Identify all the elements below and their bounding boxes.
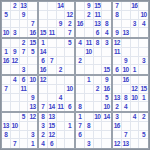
cell-r1c12[interactable]	[102, 2, 111, 11]
cell-r14c6[interactable]: 15	[48, 122, 57, 131]
cell-r13c8[interactable]	[65, 113, 74, 122]
cell-r4c10[interactable]	[85, 28, 94, 37]
cell-r1c15[interactable]: 16	[131, 2, 140, 11]
cell-r12c13[interactable]: 2	[113, 102, 122, 111]
cell-r7c5[interactable]: 6	[39, 57, 48, 66]
cell-r2c4[interactable]	[28, 11, 37, 20]
cell-r4c8[interactable]: 7	[65, 28, 74, 37]
cell-r1c16[interactable]	[139, 2, 148, 11]
cell-r5c4[interactable]: 15	[28, 39, 37, 48]
cell-r9c1[interactable]	[2, 76, 11, 85]
cell-r4c3[interactable]	[20, 28, 29, 37]
cell-r2c15[interactable]	[131, 11, 140, 20]
cell-r4c14[interactable]: 13	[122, 28, 131, 37]
cell-r14c14[interactable]	[122, 122, 131, 131]
cell-r15c16[interactable]: 5	[139, 131, 148, 140]
cell-r1c13[interactable]: 7	[113, 2, 122, 11]
cell-r9c3[interactable]: 6	[20, 76, 29, 85]
cell-r2c6[interactable]	[48, 11, 57, 20]
cell-r6c5[interactable]: 14	[39, 48, 48, 57]
cell-r12c15[interactable]	[131, 102, 140, 111]
cell-r12c11[interactable]	[94, 102, 103, 111]
cell-r2c14[interactable]	[122, 11, 131, 20]
cell-r7c9[interactable]: 2	[76, 57, 85, 66]
cell-r8c12[interactable]: 15	[102, 65, 111, 74]
box-r3c3: 192165810	[75, 75, 112, 112]
cell-r16c6[interactable]: 6	[48, 139, 57, 148]
cell-r6c1[interactable]: 1	[2, 48, 11, 57]
cell-r6c11[interactable]	[94, 48, 103, 57]
cell-r4c4[interactable]: 16	[28, 28, 37, 37]
cell-r4c9[interactable]	[76, 28, 85, 37]
cell-r5c3[interactable]: 2	[20, 39, 29, 48]
cell-r15c4[interactable]: 3	[28, 131, 37, 140]
cell-r8c9[interactable]	[76, 65, 85, 74]
cell-r15c1[interactable]: 8	[2, 131, 11, 140]
cell-r10c15[interactable]: 12	[131, 85, 140, 94]
cell-r7c1[interactable]: 16	[2, 57, 11, 66]
cell-r10c3[interactable]: 11	[20, 85, 29, 94]
cell-r2c7[interactable]	[57, 11, 66, 20]
box-r1c1: 21359710316	[1, 1, 38, 38]
cell-r4c16[interactable]	[139, 28, 148, 37]
cell-r15c5[interactable]: 2	[39, 131, 48, 140]
cell-r16c8[interactable]	[65, 139, 74, 148]
cell-r4c6[interactable]: 11	[48, 28, 57, 37]
box-r1c2: 14129215117	[38, 1, 75, 38]
cell-r15c2[interactable]	[11, 131, 20, 140]
cell-r5c5[interactable]: 1	[39, 39, 48, 48]
cell-r14c7[interactable]	[57, 122, 66, 131]
cell-r11c9[interactable]	[76, 94, 85, 103]
cell-r5c8[interactable]: 5	[65, 39, 74, 48]
cell-r4c15[interactable]	[131, 28, 140, 37]
cell-r11c5[interactable]	[39, 94, 48, 103]
cell-r6c2[interactable]: 9	[11, 48, 20, 57]
cell-r9c12[interactable]: 9	[102, 76, 111, 85]
cell-r7c6[interactable]: 7	[48, 57, 57, 66]
cell-r13c5[interactable]: 8	[39, 113, 48, 122]
cell-r6c7[interactable]	[57, 48, 66, 57]
cell-r9c14[interactable]: 16	[122, 76, 131, 85]
cell-r5c1[interactable]	[2, 39, 11, 48]
cell-r7c10[interactable]	[85, 57, 94, 66]
cell-r9c16[interactable]	[139, 76, 148, 85]
cell-r3c9[interactable]: 16	[76, 20, 85, 29]
cell-r8c7[interactable]: 2	[57, 65, 66, 74]
cell-r12c1[interactable]	[2, 102, 11, 111]
cell-r12c5[interactable]: 7	[39, 102, 48, 111]
box-r4c3: 110147863	[75, 112, 112, 149]
cell-r3c7[interactable]: 9	[57, 20, 66, 29]
cell-r14c9[interactable]: 7	[76, 122, 85, 131]
box-r2c2: 151467162	[38, 38, 75, 75]
cell-r8c4[interactable]	[28, 65, 37, 74]
cell-r7c11[interactable]	[94, 57, 103, 66]
cell-r5c7[interactable]	[57, 39, 66, 48]
cell-r11c13[interactable]: 13	[113, 94, 122, 103]
cell-r15c14[interactable]: 7	[122, 131, 131, 140]
cell-r14c13[interactable]: 16	[113, 122, 122, 131]
cell-r1c14[interactable]	[122, 2, 131, 11]
cell-r3c5[interactable]	[39, 20, 48, 29]
cell-r10c13[interactable]	[113, 85, 122, 94]
cell-r8c5[interactable]: 16	[39, 65, 48, 74]
cell-r2c8[interactable]: 12	[65, 11, 74, 20]
cell-r16c14[interactable]: 13	[122, 139, 131, 148]
cell-r16c11[interactable]	[94, 139, 103, 148]
cell-r13c2[interactable]	[11, 113, 20, 122]
cell-r2c10[interactable]: 2	[85, 11, 94, 20]
cell-r12c4[interactable]: 13	[28, 102, 37, 111]
cell-r9c10[interactable]: 1	[85, 76, 94, 85]
cell-r5c11[interactable]: 8	[94, 39, 103, 48]
cell-r12c12[interactable]: 10	[102, 102, 111, 111]
cell-r10c8[interactable]: 10	[65, 85, 74, 94]
cell-r2c1[interactable]: 5	[2, 11, 11, 20]
cell-r11c14[interactable]: 8	[122, 94, 131, 103]
cell-r15c15[interactable]	[131, 131, 140, 140]
cell-r8c13[interactable]: 6	[113, 65, 122, 74]
cell-r15c7[interactable]	[57, 131, 66, 140]
cell-r13c16[interactable]: 2	[139, 113, 148, 122]
cell-r6c9[interactable]	[76, 48, 85, 57]
cell-r3c8[interactable]: 2	[65, 20, 74, 29]
cell-r11c15[interactable]: 10	[131, 94, 140, 103]
cell-r4c12[interactable]: 4	[102, 28, 111, 37]
cell-r13c14[interactable]	[122, 113, 131, 122]
cell-r6c4[interactable]: 5	[28, 48, 37, 57]
cell-r12c2[interactable]	[11, 102, 20, 111]
cell-r3c11[interactable]: 13	[94, 20, 103, 29]
cell-r15c3[interactable]	[20, 131, 29, 140]
cell-r8c2[interactable]	[11, 65, 20, 74]
cell-r9c2[interactable]: 4	[11, 76, 20, 85]
cell-r5c6[interactable]	[48, 39, 57, 48]
box-r4c4: 34216751213	[112, 112, 149, 149]
cell-r13c10[interactable]	[85, 113, 94, 122]
cell-r16c13[interactable]: 12	[113, 139, 122, 148]
cell-r7c15[interactable]	[131, 57, 140, 66]
cell-r8c10[interactable]	[85, 65, 94, 74]
cell-r6c10[interactable]: 10	[85, 48, 94, 57]
cell-r9c13[interactable]	[113, 76, 122, 85]
sudoku-board: 2135971031614129215117915211161386471681…	[0, 0, 150, 150]
cell-r12c3[interactable]	[20, 102, 29, 111]
cell-r9c4[interactable]: 10	[28, 76, 37, 85]
cell-r14c3[interactable]	[20, 122, 29, 131]
cell-r9c15[interactable]	[131, 76, 140, 85]
cell-r12c16[interactable]	[139, 102, 148, 111]
cell-r13c15[interactable]: 4	[131, 113, 140, 122]
cell-r3c12[interactable]: 8	[102, 20, 111, 29]
cell-r7c8[interactable]	[65, 57, 74, 66]
cell-r6c8[interactable]	[65, 48, 74, 57]
cell-r4c2[interactable]: 3	[11, 28, 20, 37]
cell-r5c12[interactable]: 3	[102, 39, 111, 48]
cell-r11c7[interactable]: 4	[57, 94, 66, 103]
cell-r2c16[interactable]: 10	[139, 11, 148, 20]
cell-r3c4[interactable]: 7	[28, 20, 37, 29]
cell-r16c12[interactable]	[102, 139, 111, 148]
cell-r15c12[interactable]	[102, 131, 111, 140]
cell-r13c11[interactable]: 10	[94, 113, 103, 122]
cell-r10c10[interactable]	[85, 85, 94, 94]
cell-r8c3[interactable]: 3	[20, 65, 29, 74]
cell-r13c7[interactable]	[57, 113, 66, 122]
cell-r9c8[interactable]	[65, 76, 74, 85]
cell-r8c8[interactable]	[65, 65, 74, 74]
cell-r1c1[interactable]	[2, 2, 11, 11]
cell-r3c1[interactable]	[2, 20, 11, 29]
cell-r6c12[interactable]	[102, 48, 111, 57]
cell-r10c12[interactable]: 16	[102, 85, 111, 94]
cell-r7c3[interactable]	[20, 57, 29, 66]
cell-r2c9[interactable]	[76, 11, 85, 20]
cell-r12c14[interactable]: 4	[122, 102, 131, 111]
cell-r4c11[interactable]: 6	[94, 28, 103, 37]
cell-r11c4[interactable]: 9	[28, 94, 37, 103]
cell-r1c7[interactable]: 14	[57, 2, 66, 11]
cell-r1c2[interactable]: 2	[11, 2, 20, 11]
cell-r13c9[interactable]: 1	[76, 113, 85, 122]
cell-r16c16[interactable]	[139, 139, 148, 148]
cell-r6c15[interactable]	[131, 48, 140, 57]
cell-r12c6[interactable]: 14	[48, 102, 57, 111]
box-r2c4: 1211936101	[112, 38, 149, 75]
cell-r15c9[interactable]: 6	[76, 131, 85, 140]
cell-r14c15[interactable]	[131, 122, 140, 131]
box-r4c2: 813315121246	[38, 112, 75, 149]
cell-r3c13[interactable]	[113, 20, 122, 29]
cell-r5c13[interactable]: 12	[113, 39, 122, 48]
cell-r15c13[interactable]	[113, 131, 122, 140]
cell-r15c11[interactable]	[94, 131, 103, 140]
cell-r16c15[interactable]	[131, 139, 140, 148]
cell-r16c3[interactable]	[20, 139, 29, 148]
cell-r16c1[interactable]	[2, 139, 11, 148]
cell-r2c11[interactable]: 11	[94, 11, 103, 20]
cell-r11c16[interactable]: 1	[139, 94, 148, 103]
cell-r5c9[interactable]: 4	[76, 39, 85, 48]
cell-r10c11[interactable]: 2	[94, 85, 103, 94]
cell-r15c10[interactable]	[85, 131, 94, 140]
cell-r8c1[interactable]	[2, 65, 11, 74]
cell-r11c6[interactable]	[48, 94, 57, 103]
cell-r3c14[interactable]	[122, 20, 131, 29]
box-r4c1: 51213108371	[1, 112, 38, 149]
cell-r8c11[interactable]	[94, 65, 103, 74]
cell-r2c2[interactable]	[11, 11, 20, 20]
cell-r1c5[interactable]	[39, 2, 48, 11]
cell-r4c1[interactable]: 10	[2, 28, 11, 37]
cell-r3c15[interactable]: 3	[131, 20, 140, 29]
cell-r16c5[interactable]: 4	[39, 139, 48, 148]
cell-r5c15[interactable]	[131, 39, 140, 48]
cell-r9c5[interactable]: 12	[39, 76, 48, 85]
box-r1c4: 71681034913	[112, 1, 149, 38]
cell-r3c2[interactable]	[11, 20, 20, 29]
cell-r11c10[interactable]	[85, 94, 94, 103]
cell-r11c8[interactable]	[65, 94, 74, 103]
cell-r5c16[interactable]	[139, 39, 148, 48]
cell-r14c8[interactable]: 1	[65, 122, 74, 131]
cell-r11c2[interactable]	[11, 94, 20, 103]
cell-r9c11[interactable]	[94, 76, 103, 85]
cell-r11c12[interactable]: 5	[102, 94, 111, 103]
cell-r1c6[interactable]	[48, 2, 57, 11]
cell-r7c12[interactable]	[102, 57, 111, 66]
cell-r11c11[interactable]	[94, 94, 103, 103]
cell-r13c12[interactable]: 14	[102, 113, 111, 122]
cell-r12c8[interactable]: 6	[65, 102, 74, 111]
cell-r12c9[interactable]: 8	[76, 102, 85, 111]
cell-r9c7[interactable]	[57, 76, 66, 85]
cell-r1c3[interactable]: 13	[20, 2, 29, 11]
cell-r10c14[interactable]	[122, 85, 131, 94]
cell-r6c6[interactable]	[48, 48, 57, 57]
cell-r14c1[interactable]: 13	[2, 122, 11, 131]
cell-r10c2[interactable]	[11, 85, 20, 94]
cell-r6c14[interactable]	[122, 48, 131, 57]
cell-r14c4[interactable]	[28, 122, 37, 131]
cell-r16c9[interactable]	[76, 139, 85, 148]
cell-r4c7[interactable]	[57, 28, 66, 37]
cell-r14c2[interactable]: 10	[11, 122, 20, 131]
cell-r16c2[interactable]: 7	[11, 139, 20, 148]
cell-r3c10[interactable]	[85, 20, 94, 29]
cell-r1c11[interactable]: 15	[94, 2, 103, 11]
cell-r5c2[interactable]	[11, 39, 20, 48]
cell-r11c3[interactable]	[20, 94, 29, 103]
cell-r10c4[interactable]	[28, 85, 37, 94]
cell-r3c6[interactable]	[48, 20, 57, 29]
cell-r2c13[interactable]: 8	[113, 11, 122, 20]
cell-r8c16[interactable]	[139, 65, 148, 74]
cell-r14c11[interactable]	[94, 122, 103, 131]
cell-r11c1[interactable]	[2, 94, 11, 103]
cell-r10c6[interactable]	[48, 85, 57, 94]
box-r1c3: 9152111613864	[75, 1, 112, 38]
cell-r8c6[interactable]	[48, 65, 57, 74]
cell-r16c7[interactable]	[57, 139, 66, 148]
cell-r7c2[interactable]: 12	[11, 57, 20, 66]
cell-r14c16[interactable]	[139, 122, 148, 131]
cell-r16c10[interactable]: 3	[85, 139, 94, 148]
cell-r1c9[interactable]	[76, 2, 85, 11]
cell-r10c5[interactable]	[39, 85, 48, 94]
cell-r1c8[interactable]	[65, 2, 74, 11]
cell-r7c4[interactable]	[28, 57, 37, 66]
cell-r1c10[interactable]: 9	[85, 2, 94, 11]
box-r2c1: 215197516123	[1, 38, 38, 75]
cell-r3c3[interactable]	[20, 20, 29, 29]
cell-r7c14[interactable]: 9	[122, 57, 131, 66]
cell-r2c12[interactable]	[102, 11, 111, 20]
cell-r2c5[interactable]	[39, 11, 48, 20]
cell-r13c4[interactable]: 12	[28, 113, 37, 122]
cell-r4c13[interactable]: 9	[113, 28, 122, 37]
cell-r13c13[interactable]: 3	[113, 113, 122, 122]
cell-r12c10[interactable]	[85, 102, 94, 111]
cell-r13c6[interactable]: 13	[48, 113, 57, 122]
box-r3c4: 16121513810124	[112, 75, 149, 112]
cell-r7c7[interactable]	[57, 57, 66, 66]
cell-r12c7[interactable]: 11	[57, 102, 66, 111]
cell-r13c3[interactable]: 5	[20, 113, 29, 122]
cell-r14c5[interactable]: 3	[39, 122, 48, 131]
cell-r13c1[interactable]	[2, 113, 11, 122]
cell-r16c4[interactable]: 1	[28, 139, 37, 148]
cell-r15c8[interactable]	[65, 131, 74, 140]
cell-r15c6[interactable]: 12	[48, 131, 57, 140]
cell-r6c3[interactable]: 7	[20, 48, 29, 57]
box-r3c1: 4610711913	[1, 75, 38, 112]
cell-r5c14[interactable]	[122, 39, 131, 48]
cell-r14c10[interactable]: 8	[85, 122, 94, 131]
cell-r6c13[interactable]: 11	[113, 48, 122, 57]
cell-r10c1[interactable]: 7	[2, 85, 11, 94]
cell-r9c9[interactable]	[76, 76, 85, 85]
cell-r1c4[interactable]	[28, 2, 37, 11]
cell-r10c16[interactable]: 15	[139, 85, 148, 94]
cell-r3c16[interactable]: 4	[139, 20, 148, 29]
cell-r2c3[interactable]: 9	[20, 11, 29, 20]
cell-r7c16[interactable]: 3	[139, 57, 148, 66]
cell-r4c5[interactable]: 15	[39, 28, 48, 37]
cell-r8c15[interactable]: 1	[131, 65, 140, 74]
cell-r10c7[interactable]	[57, 85, 66, 94]
cell-r9c6[interactable]	[48, 76, 57, 85]
cell-r5c10[interactable]: 11	[85, 39, 94, 48]
cell-r8c14[interactable]: 10	[122, 65, 131, 74]
cell-r6c16[interactable]	[139, 48, 148, 57]
box-r2c3: 4118310215	[75, 38, 112, 75]
cell-r7c13[interactable]	[113, 57, 122, 66]
cell-r14c12[interactable]	[102, 122, 111, 131]
box-r3c2: 12104714116	[38, 75, 75, 112]
cell-r10c9[interactable]	[76, 85, 85, 94]
